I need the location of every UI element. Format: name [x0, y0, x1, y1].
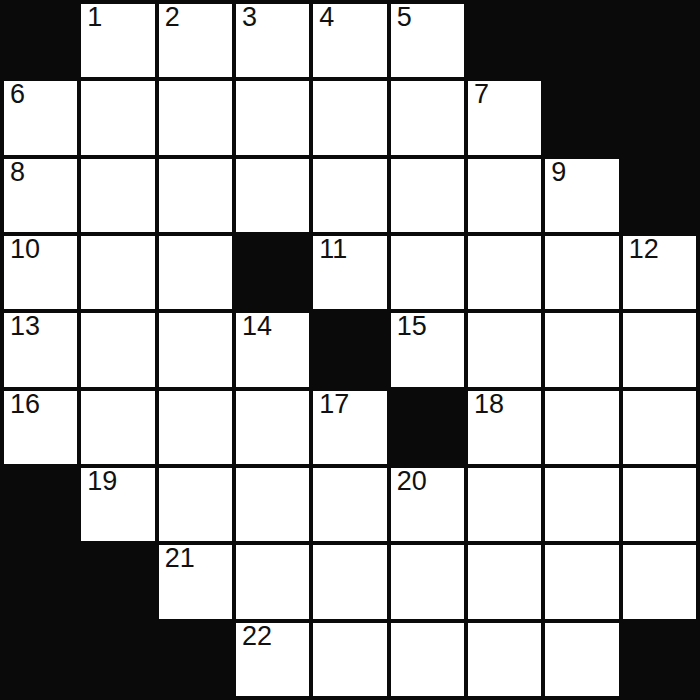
clue-number-20: 20 [397, 468, 427, 495]
clue-number-22: 22 [242, 623, 272, 650]
cell-r4c3[interactable]: 14 [236, 313, 309, 386]
cell-r8c6[interactable] [468, 623, 541, 696]
cell-r0c5[interactable]: 5 [391, 4, 464, 77]
block-cell-r0c7 [545, 4, 618, 77]
cell-r4c0[interactable]: 13 [4, 313, 77, 386]
cell-r5c7[interactable] [545, 391, 618, 464]
cell-r7c8[interactable] [623, 545, 696, 618]
cell-r4c8[interactable] [623, 313, 696, 386]
cell-r4c5[interactable]: 15 [391, 313, 464, 386]
cell-r4c1[interactable] [81, 313, 154, 386]
cell-r7c4[interactable] [313, 545, 386, 618]
clue-number-7: 7 [474, 81, 489, 108]
cell-r8c3[interactable]: 22 [236, 623, 309, 696]
block-cell-r8c1 [81, 623, 154, 696]
block-cell-r5c5 [391, 391, 464, 464]
cell-r8c7[interactable] [545, 623, 618, 696]
clue-number-17: 17 [319, 391, 349, 418]
cell-r2c2[interactable] [159, 159, 232, 232]
cell-r2c1[interactable] [81, 159, 154, 232]
cell-r0c1[interactable]: 1 [81, 4, 154, 77]
cell-r6c2[interactable] [159, 468, 232, 541]
cell-r7c5[interactable] [391, 545, 464, 618]
clue-number-9: 9 [551, 159, 566, 186]
cell-r6c4[interactable] [313, 468, 386, 541]
cell-r1c6[interactable]: 7 [468, 81, 541, 154]
cell-r8c5[interactable] [391, 623, 464, 696]
block-cell-r1c8 [623, 81, 696, 154]
clue-number-11: 11 [319, 236, 347, 263]
cell-r3c6[interactable] [468, 236, 541, 309]
block-cell-r8c2 [159, 623, 232, 696]
block-cell-r4c4 [313, 313, 386, 386]
crossword-board: 12345678910111213141516171819202122 [0, 0, 700, 700]
clue-number-4: 4 [319, 4, 334, 31]
cell-r5c1[interactable] [81, 391, 154, 464]
cell-r3c2[interactable] [159, 236, 232, 309]
clue-number-3: 3 [242, 4, 257, 31]
block-cell-r7c1 [81, 545, 154, 618]
cell-r7c2[interactable]: 21 [159, 545, 232, 618]
cell-r1c3[interactable] [236, 81, 309, 154]
cell-r1c0[interactable]: 6 [4, 81, 77, 154]
block-cell-r6c0 [4, 468, 77, 541]
cell-r1c2[interactable] [159, 81, 232, 154]
cell-r0c4[interactable]: 4 [313, 4, 386, 77]
block-cell-r8c8 [623, 623, 696, 696]
cell-r5c6[interactable]: 18 [468, 391, 541, 464]
block-cell-r0c0 [4, 4, 77, 77]
cell-r2c7[interactable]: 9 [545, 159, 618, 232]
cell-r6c5[interactable]: 20 [391, 468, 464, 541]
cell-r4c7[interactable] [545, 313, 618, 386]
block-cell-r3c3 [236, 236, 309, 309]
clue-number-5: 5 [397, 4, 412, 31]
cell-r5c0[interactable]: 16 [4, 391, 77, 464]
cell-r4c2[interactable] [159, 313, 232, 386]
block-cell-r1c7 [545, 81, 618, 154]
clue-number-13: 13 [10, 313, 40, 340]
cell-r3c8[interactable]: 12 [623, 236, 696, 309]
cell-r5c3[interactable] [236, 391, 309, 464]
block-cell-r0c6 [468, 4, 541, 77]
cell-r1c1[interactable] [81, 81, 154, 154]
cell-r6c6[interactable] [468, 468, 541, 541]
clue-number-19: 19 [87, 468, 117, 495]
block-cell-r7c0 [4, 545, 77, 618]
cell-r1c5[interactable] [391, 81, 464, 154]
cell-r0c3[interactable]: 3 [236, 4, 309, 77]
cell-r3c0[interactable]: 10 [4, 236, 77, 309]
cell-r7c6[interactable] [468, 545, 541, 618]
cell-r3c4[interactable]: 11 [313, 236, 386, 309]
clue-number-1: 1 [87, 4, 102, 31]
cell-r3c7[interactable] [545, 236, 618, 309]
cell-r3c5[interactable] [391, 236, 464, 309]
clue-number-18: 18 [474, 391, 504, 418]
cell-r6c1[interactable]: 19 [81, 468, 154, 541]
clue-number-16: 16 [10, 391, 40, 418]
clue-number-2: 2 [165, 4, 180, 31]
cell-r6c8[interactable] [623, 468, 696, 541]
cell-r2c4[interactable] [313, 159, 386, 232]
cell-r6c7[interactable] [545, 468, 618, 541]
cell-r5c8[interactable] [623, 391, 696, 464]
cell-r2c6[interactable] [468, 159, 541, 232]
cell-r5c4[interactable]: 17 [313, 391, 386, 464]
clue-number-6: 6 [10, 81, 25, 108]
cell-r7c3[interactable] [236, 545, 309, 618]
clue-number-15: 15 [397, 313, 427, 340]
clue-number-21: 21 [165, 545, 195, 572]
clue-number-8: 8 [10, 159, 25, 186]
cell-r6c3[interactable] [236, 468, 309, 541]
cell-r2c0[interactable]: 8 [4, 159, 77, 232]
cell-r8c4[interactable] [313, 623, 386, 696]
cell-r1c4[interactable] [313, 81, 386, 154]
cell-r3c1[interactable] [81, 236, 154, 309]
clue-number-12: 12 [629, 236, 659, 263]
block-cell-r2c8 [623, 159, 696, 232]
cell-r0c2[interactable]: 2 [159, 4, 232, 77]
cell-r2c5[interactable] [391, 159, 464, 232]
clue-number-14: 14 [242, 313, 272, 340]
clue-number-10: 10 [10, 236, 40, 263]
block-cell-r8c0 [4, 623, 77, 696]
block-cell-r0c8 [623, 4, 696, 77]
cell-r5c2[interactable] [159, 391, 232, 464]
cell-r4c6[interactable] [468, 313, 541, 386]
cell-r2c3[interactable] [236, 159, 309, 232]
cell-r7c7[interactable] [545, 545, 618, 618]
